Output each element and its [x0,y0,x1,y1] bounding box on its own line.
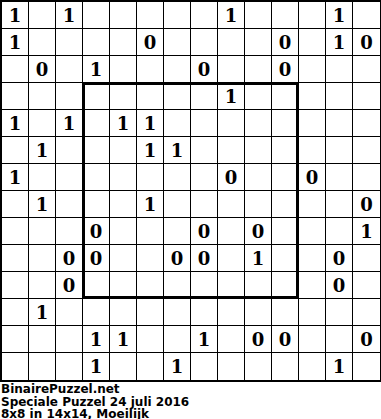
cell-r9c1[interactable] [2,218,29,245]
cell-r7c14[interactable] [353,164,380,191]
cell-r11c1[interactable] [2,272,29,299]
cell-r8c6: 1 [137,191,164,218]
cell-r12c3[interactable] [56,299,83,326]
cell-r9c14: 1 [353,218,380,245]
cell-r6c13[interactable] [326,137,353,164]
cell-r1c9: 1 [218,2,245,29]
cell-r3c14[interactable] [353,56,380,83]
cell-r4c11[interactable] [272,83,299,110]
cell-r9c11[interactable] [272,218,299,245]
cell-r4c1[interactable] [2,83,29,110]
cell-r14c9[interactable] [218,353,245,380]
cell-r13c7[interactable] [164,326,191,353]
cell-r1c4[interactable] [83,2,110,29]
site-name: BinairePuzzel.net [1,383,381,396]
cell-r9c6[interactable] [137,218,164,245]
cell-r8c3[interactable] [56,191,83,218]
cell-r8c1[interactable] [2,191,29,218]
cell-r8c14: 0 [353,191,380,218]
cell-r2c8[interactable] [191,29,218,56]
cell-r7c13[interactable] [326,164,353,191]
cell-r2c11: 0 [272,29,299,56]
cell-r14c3[interactable] [56,353,83,380]
cell-r13c12[interactable] [299,326,326,353]
cell-r13c13[interactable] [326,326,353,353]
footer: BinairePuzzel.net Speciale Puzzel 24 jul… [0,382,381,419]
cell-r8c4[interactable] [83,191,110,218]
cell-r5c2[interactable] [29,110,56,137]
cell-r8c2: 1 [29,191,56,218]
cell-r13c6[interactable] [137,326,164,353]
cell-r7c11[interactable] [272,164,299,191]
cell-r5c3: 1 [56,110,83,137]
cell-r7c1: 1 [2,164,29,191]
cell-r3c11: 0 [272,56,299,83]
cell-r1c6[interactable] [137,2,164,29]
cell-r3c12[interactable] [299,56,326,83]
cell-r12c1[interactable] [2,299,29,326]
cell-r7c6[interactable] [137,164,164,191]
cell-r11c13: 0 [326,272,353,299]
cell-r2c10[interactable] [245,29,272,56]
cell-r14c2[interactable] [29,353,56,380]
cell-r1c5[interactable] [110,2,137,29]
cell-r1c3: 1 [56,2,83,29]
cell-r13c4: 1 [83,326,110,353]
cell-r9c12[interactable] [299,218,326,245]
cell-r11c4[interactable] [83,272,110,299]
cell-r4c6[interactable] [137,83,164,110]
cell-r1c10[interactable] [245,2,272,29]
cell-r9c3[interactable] [56,218,83,245]
cell-r4c7[interactable] [164,83,191,110]
cell-r6c3[interactable] [56,137,83,164]
cell-r1c1: 1 [2,2,29,29]
cell-r9c10: 0 [245,218,272,245]
cell-r1c11[interactable] [272,2,299,29]
cell-r14c6[interactable] [137,353,164,380]
binary-puzzle-grid: 1111100100100111111111001100001000010001… [0,0,381,382]
cell-r2c12[interactable] [299,29,326,56]
cell-r4c3[interactable] [56,83,83,110]
cell-r3c13[interactable] [326,56,353,83]
cell-r11c8[interactable] [191,272,218,299]
cell-r3c8: 0 [191,56,218,83]
cell-r1c8[interactable] [191,2,218,29]
cell-r1c2[interactable] [29,2,56,29]
cell-r2c9[interactable] [218,29,245,56]
cell-r6c1[interactable] [2,137,29,164]
cell-r11c12[interactable] [299,272,326,299]
cell-r5c10[interactable] [245,110,272,137]
cell-r12c10[interactable] [245,299,272,326]
cell-r8c11[interactable] [272,191,299,218]
cell-r13c1[interactable] [2,326,29,353]
cell-r12c5[interactable] [110,299,137,326]
cell-r5c13[interactable] [326,110,353,137]
cell-r4c4[interactable] [83,83,110,110]
cell-r11c7[interactable] [164,272,191,299]
cell-r14c4: 1 [83,353,110,380]
cell-r11c6[interactable] [137,272,164,299]
cell-r1c13: 1 [326,2,353,29]
cell-r9c5[interactable] [110,218,137,245]
cell-r5c6: 1 [137,110,164,137]
cell-r12c6[interactable] [137,299,164,326]
cell-r5c4[interactable] [83,110,110,137]
cell-r5c7[interactable] [164,110,191,137]
cell-r5c11[interactable] [272,110,299,137]
cell-r3c2: 0 [29,56,56,83]
cell-r2c14: 0 [353,29,380,56]
cell-r7c4[interactable] [83,164,110,191]
cell-r11c10[interactable] [245,272,272,299]
cell-r8c9[interactable] [218,191,245,218]
cell-r6c9[interactable] [218,137,245,164]
cell-r10c2[interactable] [29,245,56,272]
cell-r7c10[interactable] [245,164,272,191]
cell-r2c3[interactable] [56,29,83,56]
cell-r12c7[interactable] [164,299,191,326]
cell-r4c2[interactable] [29,83,56,110]
cell-r13c5: 1 [110,326,137,353]
cell-r7c3[interactable] [56,164,83,191]
cell-r8c7[interactable] [164,191,191,218]
cell-r8c12[interactable] [299,191,326,218]
cell-r11c14[interactable] [353,272,380,299]
cell-r5c9[interactable] [218,110,245,137]
cell-r12c13[interactable] [326,299,353,326]
cell-r10c11[interactable] [272,245,299,272]
cell-r5c12[interactable] [299,110,326,137]
cell-r3c10[interactable] [245,56,272,83]
cell-r6c5[interactable] [110,137,137,164]
cell-r10c5[interactable] [110,245,137,272]
cell-r10c9[interactable] [218,245,245,272]
cell-r3c7[interactable] [164,56,191,83]
cell-r14c8[interactable] [191,353,218,380]
cell-r4c13[interactable] [326,83,353,110]
cell-r2c5[interactable] [110,29,137,56]
cell-r14c11[interactable] [272,353,299,380]
cell-r10c7: 0 [164,245,191,272]
cell-r13c2[interactable] [29,326,56,353]
cell-r4c12[interactable] [299,83,326,110]
cell-r13c9[interactable] [218,326,245,353]
cell-r2c6: 0 [137,29,164,56]
cell-r14c7: 1 [164,353,191,380]
cell-r4c5[interactable] [110,83,137,110]
cell-r4c9: 1 [218,83,245,110]
cell-r5c8[interactable] [191,110,218,137]
cell-r1c7[interactable] [164,2,191,29]
cell-r9c7[interactable] [164,218,191,245]
cell-r7c9: 0 [218,164,245,191]
cell-r3c5[interactable] [110,56,137,83]
cell-r7c12: 0 [299,164,326,191]
cell-r1c14[interactable] [353,2,380,29]
cell-r5c5: 1 [110,110,137,137]
cell-r10c14[interactable] [353,245,380,272]
cell-r9c4: 0 [83,218,110,245]
cell-r2c4[interactable] [83,29,110,56]
cell-r12c14[interactable] [353,299,380,326]
cell-r11c11[interactable] [272,272,299,299]
cell-r9c2[interactable] [29,218,56,245]
cell-r4c8[interactable] [191,83,218,110]
cell-r8c5[interactable] [110,191,137,218]
cell-r6c8[interactable] [191,137,218,164]
cell-r6c4[interactable] [83,137,110,164]
cell-r10c12[interactable] [299,245,326,272]
cell-r6c2: 1 [29,137,56,164]
cell-r13c3[interactable] [56,326,83,353]
cell-r1c12[interactable] [299,2,326,29]
cell-r6c12[interactable] [299,137,326,164]
cell-r4c14[interactable] [353,83,380,110]
cell-r14c14[interactable] [353,353,380,380]
cell-r4c10[interactable] [245,83,272,110]
cell-r11c2[interactable] [29,272,56,299]
cell-r9c9[interactable] [218,218,245,245]
cell-r12c8[interactable] [191,299,218,326]
cell-r8c13[interactable] [326,191,353,218]
cell-r13c10: 0 [245,326,272,353]
cell-r10c1[interactable] [2,245,29,272]
cell-r3c6[interactable] [137,56,164,83]
cell-r13c11: 0 [272,326,299,353]
cell-r6c10[interactable] [245,137,272,164]
cell-r13c14: 0 [353,326,380,353]
cell-r14c13: 1 [326,353,353,380]
cell-r3c9[interactable] [218,56,245,83]
cell-r10c8: 0 [191,245,218,272]
cell-r9c13[interactable] [326,218,353,245]
cell-r2c2[interactable] [29,29,56,56]
cell-r7c5[interactable] [110,164,137,191]
cell-r11c5[interactable] [110,272,137,299]
cell-r14c12[interactable] [299,353,326,380]
cell-r7c2[interactable] [29,164,56,191]
cell-r9c8: 0 [191,218,218,245]
cell-r10c3: 0 [56,245,83,272]
cell-r10c10: 1 [245,245,272,272]
cell-r11c3: 0 [56,272,83,299]
cell-r6c11[interactable] [272,137,299,164]
puzzle-info: 8x8 in 14x14, Moeilijk [1,408,381,419]
cell-r3c3[interactable] [56,56,83,83]
cell-r12c4[interactable] [83,299,110,326]
cell-r6c14[interactable] [353,137,380,164]
cell-r2c13: 1 [326,29,353,56]
cell-r12c11[interactable] [272,299,299,326]
cell-r12c9[interactable] [218,299,245,326]
cell-r14c5[interactable] [110,353,137,380]
cell-r12c12[interactable] [299,299,326,326]
cell-r11c9[interactable] [218,272,245,299]
cell-r2c1: 1 [2,29,29,56]
cell-r10c4: 0 [83,245,110,272]
cell-r6c7: 1 [164,137,191,164]
cell-r8c8[interactable] [191,191,218,218]
cell-r2c7[interactable] [164,29,191,56]
cell-r12c2: 1 [29,299,56,326]
cell-r5c1: 1 [2,110,29,137]
cell-r14c10[interactable] [245,353,272,380]
cell-r8c10[interactable] [245,191,272,218]
cell-r14c1[interactable] [2,353,29,380]
cell-r7c8[interactable] [191,164,218,191]
cell-r7c7[interactable] [164,164,191,191]
cell-r13c8: 1 [191,326,218,353]
cell-r3c4: 1 [83,56,110,83]
cell-r10c6[interactable] [137,245,164,272]
cell-r3c1[interactable] [2,56,29,83]
cell-r5c14[interactable] [353,110,380,137]
cell-r6c6: 1 [137,137,164,164]
cell-r10c13: 0 [326,245,353,272]
